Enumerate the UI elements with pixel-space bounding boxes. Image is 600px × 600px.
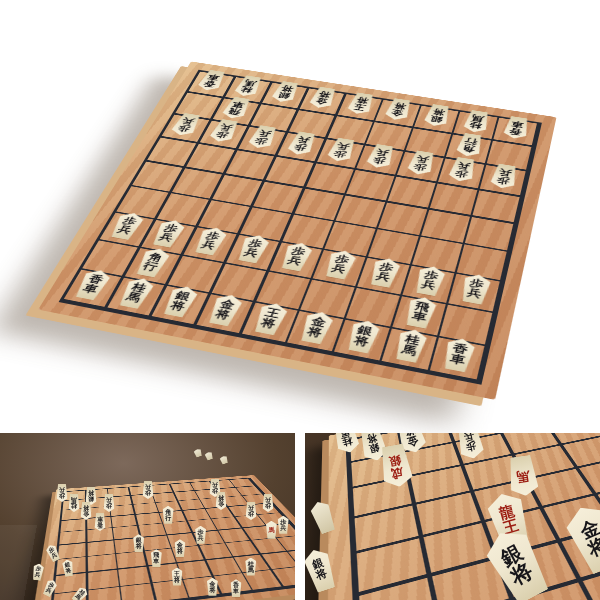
shogi-piece: 銀将 xyxy=(156,284,205,319)
piece-kanji: 歩 xyxy=(106,503,112,509)
piece-kanji: 将 xyxy=(218,496,224,502)
piece-kanji: 銀 xyxy=(388,454,402,468)
piece-kanji: 将 xyxy=(508,560,536,588)
thumb-left-pieces-overlay: 歩兵桂馬銀将金将歩兵香車歩兵角行歩兵金将歩兵歩兵馬歩兵銀将金将歩兵飛車王将金将桂… xyxy=(0,433,295,600)
piece-kanji: 行 xyxy=(464,137,478,146)
shogi-piece: 銀将 xyxy=(419,103,456,128)
shogi-piece: 角行 xyxy=(451,132,488,159)
shogi-piece: 桂馬 xyxy=(66,494,81,512)
piece-kanji: 兵 xyxy=(248,506,254,512)
piece-kanji: 将 xyxy=(83,506,89,512)
piece-kanji: 兵 xyxy=(335,142,350,151)
piece-kanji: 将 xyxy=(280,85,294,93)
piece-kanji: 兵 xyxy=(212,482,218,488)
shogi-piece: 金将 xyxy=(554,496,600,580)
piece-kanji: 兵 xyxy=(106,497,112,503)
piece-kanji: 兵 xyxy=(280,525,286,531)
thumbnail-midgame[interactable]: 歩兵桂馬銀将金将歩兵香車歩兵角行歩兵金将歩兵歩兵馬歩兵銀将金将歩兵飛車王将金将桂… xyxy=(0,433,295,600)
piece-kanji: 馬 xyxy=(516,469,531,483)
piece-kanji: 王 xyxy=(501,518,519,536)
piece-kanji: 将 xyxy=(403,433,417,436)
shogi-piece: 香車 xyxy=(436,335,481,374)
piece-kanji: 兵 xyxy=(265,497,271,503)
piece-kanji: 兵 xyxy=(243,247,260,258)
shogi-piece: 歩兵 xyxy=(451,433,490,462)
shogi-piece: 歩兵 xyxy=(274,240,319,273)
shogi-piece: 歩兵 xyxy=(104,210,150,241)
piece-kanji: 車 xyxy=(449,353,466,366)
shogi-piece: 桂馬 xyxy=(458,109,495,135)
piece-kanji: 車 xyxy=(411,311,428,323)
piece-kanji: 将 xyxy=(169,300,187,312)
piece-kanji: 兵 xyxy=(116,225,133,236)
piece-kanji: 将 xyxy=(88,491,94,497)
piece-kanji: 兵 xyxy=(35,571,41,577)
shogi-piece: 歩兵 xyxy=(243,502,258,520)
shogi-piece: 飛車 xyxy=(149,549,164,567)
shogi-piece: 歩兵 xyxy=(363,256,407,290)
piece-kanji: 歩 xyxy=(248,511,254,517)
shogi-piece: 桂馬 xyxy=(243,558,258,576)
shogi-piece: 金将 xyxy=(78,502,93,520)
piece-kanji: 将 xyxy=(317,90,331,98)
shogi-piece: 桂馬 xyxy=(112,275,161,310)
piece-kanji: 将 xyxy=(315,568,329,582)
shogi-piece: 歩兵 xyxy=(408,264,451,298)
shogi-piece: 香車 xyxy=(229,579,244,597)
piece-kanji: 兵 xyxy=(45,587,52,594)
shogi-piece: 銀将 xyxy=(60,559,76,578)
shogi-piece: 歩兵 xyxy=(261,494,276,512)
piece-kanji: 歩 xyxy=(265,503,271,509)
shogi-piece xyxy=(203,451,215,462)
piece-kanji: 兵 xyxy=(145,484,151,490)
shogi-piece: 歩兵 xyxy=(54,484,69,502)
piece-kanji: 将 xyxy=(585,534,600,559)
shogi-piece: 金将 xyxy=(380,97,417,122)
piece-kanji: 兵 xyxy=(257,129,272,138)
piece-kanji: 兵 xyxy=(463,433,475,442)
shogi-piece: 歩兵 xyxy=(204,118,245,144)
shogi-piece: 王将 xyxy=(170,568,185,586)
shogi-piece: 角行 xyxy=(129,246,177,279)
piece-kanji: 金 xyxy=(83,511,89,517)
piece-kanji: 馬 xyxy=(243,79,258,87)
piece-kanji: 馬 xyxy=(74,593,82,600)
piece-kanji: 馬 xyxy=(471,114,485,123)
piece-kanji: 行 xyxy=(165,515,171,521)
piece-kanji: 兵 xyxy=(375,148,390,157)
shogi-grid-main: 香車桂馬銀将金将玉将金将銀将桂馬香車飛車角行歩兵歩兵歩兵歩兵歩兵歩兵歩兵歩兵歩兵… xyxy=(59,70,542,385)
piece-kanji: 兵 xyxy=(375,271,392,283)
piece-kanji: 車 xyxy=(153,558,159,564)
piece-kanji: 将 xyxy=(355,96,369,104)
main-render-image: 香車桂馬銀将金将玉将金将銀将桂馬香車飛車角行歩兵歩兵歩兵歩兵歩兵歩兵歩兵歩兵歩兵… xyxy=(0,0,600,433)
shogi-piece: 香車 xyxy=(93,513,108,531)
shogi-piece: 歩兵 xyxy=(242,124,283,150)
piece-kanji: 兵 xyxy=(51,552,58,559)
shogi-piece: 歩兵 xyxy=(43,543,63,564)
shogi-piece: 金将 xyxy=(205,578,220,596)
piece-kanji: 桂 xyxy=(71,503,77,509)
shogi-piece: 歩兵 xyxy=(40,578,60,599)
piece-kanji: 兵 xyxy=(198,535,204,541)
shogi-piece: 玉将 xyxy=(342,91,380,116)
piece-kanji: 馬 xyxy=(268,527,274,533)
shogi-piece: 歩兵 xyxy=(361,143,400,170)
piece-kanji: 将 xyxy=(353,335,371,348)
piece-kanji: 車 xyxy=(511,120,525,129)
piece-kanji: 将 xyxy=(306,326,324,339)
shogi-piece: 金将 xyxy=(201,292,249,328)
shogi-piece: 金将 xyxy=(172,539,187,557)
shogi-piece: 桂馬 xyxy=(229,74,268,98)
shogi-piece: 歩兵 xyxy=(231,233,276,265)
shogi-piece: 歩兵 xyxy=(140,481,155,499)
piece-kanji: 兵 xyxy=(158,232,175,243)
shogi-piece: 歩兵 xyxy=(165,112,206,138)
piece-kanji: 兵 xyxy=(180,117,195,126)
piece-kanji: 将 xyxy=(174,577,180,583)
main-board-scene: 香車桂馬銀将金将玉将金将銀将桂馬香車飛車角行歩兵歩兵歩兵歩兵歩兵歩兵歩兵歩兵歩兵… xyxy=(0,0,600,433)
piece-kanji: 将 xyxy=(209,587,215,593)
piece-kanji: 将 xyxy=(366,433,378,444)
shogi-piece: 歩兵 xyxy=(276,516,291,534)
piece-kanji: 兵 xyxy=(416,154,431,163)
piece-kanji: 車 xyxy=(206,73,221,81)
shogi-piece xyxy=(305,497,340,536)
shogi-piece xyxy=(218,454,230,465)
shogi-piece: 歩兵 xyxy=(318,248,362,281)
shogi-piece: 歩兵 xyxy=(454,272,497,307)
piece-kanji: 兵 xyxy=(498,168,513,178)
piece-kanji: 兵 xyxy=(466,287,482,299)
shogi-piece: 歩兵 xyxy=(321,136,361,163)
piece-kanji: 銀 xyxy=(88,496,94,502)
piece-kanji: 車 xyxy=(81,283,100,295)
piece-kanji: 将 xyxy=(393,102,407,110)
piece-kanji: 兵 xyxy=(200,240,217,251)
shogi-piece: 銀将 xyxy=(266,80,304,104)
piece-kanji: 兵 xyxy=(286,255,303,266)
shogi-piece: 歩兵 xyxy=(443,156,482,184)
piece-kanji: 兵 xyxy=(330,263,347,274)
piece-kanji: 兵 xyxy=(218,123,233,132)
shogi-board-main: 香車桂馬銀将金将玉将金将銀将桂馬香車飛車角行歩兵歩兵歩兵歩兵歩兵歩兵歩兵歩兵歩兵… xyxy=(38,61,556,399)
piece-kanji: 車 xyxy=(231,100,246,108)
shogi-piece: 飛車 xyxy=(216,96,256,121)
piece-kanji: 将 xyxy=(260,317,278,329)
shogi-piece: 香車 xyxy=(498,115,534,141)
shogi-piece: 歩兵 xyxy=(281,130,321,157)
shogi-piece: 飛車 xyxy=(398,294,443,330)
piece-kanji: 馬 xyxy=(125,291,143,303)
shogi-piece xyxy=(192,448,204,459)
shogi-piece-promoted: 馬 xyxy=(502,454,545,499)
piece-kanji: 将 xyxy=(432,108,446,116)
shogi-piece: 香車 xyxy=(192,69,231,92)
shogi-piece: 銀将 xyxy=(131,534,146,552)
piece-kanji: 馬 xyxy=(248,567,254,573)
thumbnail-closeup[interactable]: 桂馬銀将金将歩兵成銀馬龍王銀将金将銀将 xyxy=(305,433,600,600)
shogi-piece: 歩兵 xyxy=(30,562,46,581)
piece-kanji: 金 xyxy=(218,501,224,507)
shogi-piece: 歩兵 xyxy=(145,218,191,249)
piece-kanji: 兵 xyxy=(456,161,471,170)
shogi-piece: 金将 xyxy=(293,309,340,346)
thumb-right-pieces-overlay: 桂馬銀将金将歩兵成銀馬龍王銀将金将銀将 xyxy=(305,433,600,600)
shogi-piece: 香車 xyxy=(68,267,118,301)
shogi-piece: 桂馬 xyxy=(69,584,91,600)
shogi-piece: 王将 xyxy=(247,300,295,336)
piece-kanji: 将 xyxy=(177,548,183,554)
shogi-piece: 桂馬 xyxy=(328,433,365,456)
shogi-set-preview-collage: 香車桂馬銀将金将玉将金将銀将桂馬香車飛車角行歩兵歩兵歩兵歩兵歩兵歩兵歩兵歩兵歩兵… xyxy=(0,0,600,600)
piece-kanji: 車 xyxy=(233,588,239,594)
piece-kanji: 将 xyxy=(136,543,142,549)
shogi-piece-promoted: 馬 xyxy=(264,521,279,539)
shogi-piece: 歩兵 xyxy=(485,162,523,190)
shogi-piece: 歩兵 xyxy=(188,225,234,257)
piece-kanji: 兵 xyxy=(420,279,437,291)
piece-kanji: 兵 xyxy=(59,487,65,493)
piece-kanji: 馬 xyxy=(400,344,418,357)
shogi-piece: 銀将 xyxy=(305,545,342,595)
shogi-piece: 歩兵 xyxy=(102,494,117,512)
piece-kanji: 行 xyxy=(142,261,160,272)
piece-kanji: 将 xyxy=(214,308,232,320)
shogi-piece: 歩兵 xyxy=(193,526,208,544)
piece-kanji: 兵 xyxy=(296,135,311,144)
shogi-piece: 桂馬 xyxy=(388,326,434,364)
shogi-piece: 金将 xyxy=(304,86,342,110)
shogi-piece: 角行 xyxy=(161,506,176,524)
piece-kanji: 車 xyxy=(97,516,103,522)
shogi-piece: 銀将 xyxy=(340,318,387,356)
shogi-piece: 歩兵 xyxy=(402,149,441,177)
piece-kanji: 馬 xyxy=(71,497,77,503)
piece-kanji: 将 xyxy=(65,568,71,574)
